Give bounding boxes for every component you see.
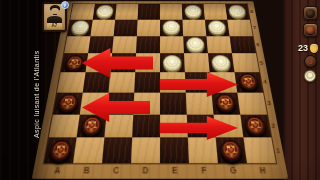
square-f5[interactable] <box>184 53 210 72</box>
file-label-d: D <box>130 164 160 176</box>
square-b1[interactable] <box>73 138 104 163</box>
rank-label-3: 3 <box>264 100 274 106</box>
square-e8[interactable] <box>160 4 182 19</box>
square-d8[interactable] <box>138 4 160 19</box>
square-h4[interactable] <box>234 72 263 92</box>
square-c7[interactable] <box>114 19 138 35</box>
coin-count: 23 <box>298 43 308 53</box>
rank-label-4: 4 <box>261 79 270 85</box>
rank-label-6: 6 <box>254 42 263 47</box>
square-d4[interactable] <box>134 72 160 92</box>
square-h7[interactable] <box>227 19 252 35</box>
square-c8[interactable] <box>115 4 138 19</box>
dark-piece-icon <box>306 9 315 17</box>
square-c6[interactable] <box>112 36 137 54</box>
opponent-avatar[interactable]: A7 i <box>42 2 67 32</box>
dark-piece[interactable] <box>238 74 260 92</box>
square-c1[interactable] <box>102 138 132 163</box>
file-label-c: C <box>101 164 131 176</box>
dark-piece[interactable] <box>215 94 237 113</box>
dark-piece[interactable] <box>57 94 80 113</box>
square-f8[interactable] <box>182 4 205 19</box>
rank-label-1: 1 <box>273 146 283 153</box>
square-a4[interactable] <box>57 72 86 92</box>
square-h6[interactable] <box>230 36 256 54</box>
white-piece[interactable] <box>163 21 181 35</box>
file-label-a: A <box>42 164 73 176</box>
white-piece[interactable] <box>211 55 231 71</box>
red-piece-icon <box>306 26 315 34</box>
square-b8[interactable] <box>93 4 117 19</box>
square-h5[interactable] <box>232 53 259 72</box>
square-d7[interactable] <box>137 19 160 35</box>
square-a3[interactable] <box>53 92 83 114</box>
dark-piece[interactable] <box>219 139 243 161</box>
white-piece[interactable] <box>228 5 247 18</box>
file-label-b: B <box>71 164 102 176</box>
square-g3[interactable] <box>211 92 240 114</box>
white-piece[interactable] <box>208 21 227 35</box>
square-b7[interactable] <box>90 19 115 35</box>
square-f1[interactable] <box>188 138 218 163</box>
opponent-name: Aspic luisant de l'Atlantis <box>33 38 44 138</box>
white-piece[interactable] <box>96 5 114 18</box>
square-a1[interactable] <box>44 138 76 163</box>
red-piece-button[interactable] <box>303 23 318 37</box>
square-a2[interactable] <box>49 114 80 137</box>
white-piece[interactable] <box>70 21 90 35</box>
white-piece-indicator[interactable] <box>304 70 316 82</box>
dark-piece[interactable] <box>244 116 268 136</box>
square-g5[interactable] <box>208 53 235 72</box>
file-label-g: G <box>218 164 249 176</box>
file-labels: ABCDEFGH <box>42 164 279 176</box>
notification-badge-button[interactable]: 3 <box>304 55 317 68</box>
square-c4[interactable] <box>109 72 136 92</box>
square-e1[interactable] <box>160 138 189 163</box>
square-e7[interactable] <box>160 19 183 35</box>
square-g8[interactable] <box>203 4 227 19</box>
coin-balance: 23 <box>288 43 318 53</box>
checkers-board: ABCDEFGH 87654321 <box>32 1 289 179</box>
square-e6[interactable] <box>160 36 184 54</box>
square-e3[interactable] <box>160 92 187 114</box>
square-f7[interactable] <box>182 19 206 35</box>
rank-label-7: 7 <box>251 25 259 30</box>
coin-icon <box>310 44 318 53</box>
file-label-f: F <box>189 164 219 176</box>
white-piece[interactable] <box>163 55 182 71</box>
square-a6[interactable] <box>64 36 90 54</box>
dark-piece[interactable] <box>48 139 73 161</box>
square-h3[interactable] <box>237 92 267 114</box>
rank-label-2: 2 <box>268 122 278 129</box>
square-g7[interactable] <box>205 19 230 35</box>
white-piece[interactable] <box>184 5 202 18</box>
square-d1[interactable] <box>131 138 160 163</box>
square-g1[interactable] <box>216 138 247 163</box>
square-g6[interactable] <box>206 36 232 54</box>
file-label-e: E <box>160 164 190 176</box>
dark-piece[interactable] <box>80 116 103 136</box>
square-a7[interactable] <box>67 19 92 35</box>
square-d6[interactable] <box>136 36 160 54</box>
avatar-plate: A7 <box>47 23 62 29</box>
square-e5[interactable] <box>160 53 185 72</box>
rank-label-8: 8 <box>248 9 256 13</box>
square-d2[interactable] <box>132 114 160 137</box>
white-piece[interactable] <box>186 37 205 52</box>
square-a8[interactable] <box>70 4 95 19</box>
info-icon[interactable]: i <box>61 1 69 9</box>
dark-piece-button[interactable] <box>303 6 318 20</box>
dark-piece[interactable] <box>64 55 85 71</box>
square-h8[interactable] <box>225 4 250 19</box>
square-f6[interactable] <box>183 36 208 54</box>
file-label-h: H <box>247 164 278 176</box>
square-h2[interactable] <box>240 114 271 137</box>
rank-label-5: 5 <box>257 60 266 65</box>
